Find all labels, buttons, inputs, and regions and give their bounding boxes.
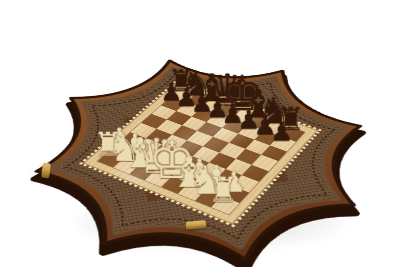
piece-black-pawn: ♟ — [251, 119, 311, 145]
piece-white-rook: ♜ — [191, 172, 256, 206]
product-photo-scene: ♜♞♝♛♚♝♞♜♟♟♟♟♟♟♟♟♟♟♟♟♟♟♟♟♜♞♝♛♚♝♞♜ — [0, 0, 400, 267]
